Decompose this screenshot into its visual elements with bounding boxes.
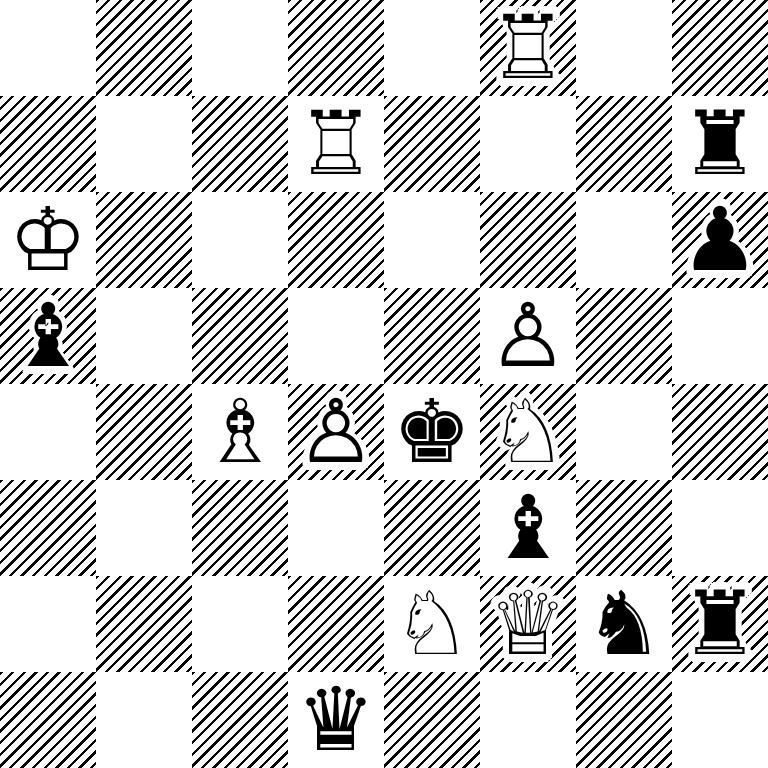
square-g8[interactable] [576, 0, 672, 96]
piece-black-bishop: ♝♝ [480, 480, 576, 576]
piece-white-queen: ♛♕ [480, 576, 576, 672]
square-e5[interactable] [384, 288, 480, 384]
square-d1[interactable]: ♛♛ [288, 672, 384, 768]
square-h5[interactable] [672, 288, 768, 384]
square-d7[interactable]: ♜♖ [288, 96, 384, 192]
piece-black-knight: ♞♞ [576, 576, 672, 672]
square-h6[interactable]: ♟♟ [672, 192, 768, 288]
square-f8[interactable]: ♜♖ [480, 0, 576, 96]
black-bishop-icon: ♝ [0, 288, 96, 384]
white-pawn-icon: ♙ [288, 384, 384, 480]
piece-white-pawn: ♟♙ [480, 288, 576, 384]
piece-black-rook: ♜♜ [672, 96, 768, 192]
square-d8[interactable] [288, 0, 384, 96]
piece-white-knight: ♞♘ [480, 384, 576, 480]
piece-black-king: ♚♚ [384, 384, 480, 480]
square-h3[interactable] [672, 480, 768, 576]
piece-white-knight: ♞♘ [384, 576, 480, 672]
square-h7[interactable]: ♜♜ [672, 96, 768, 192]
square-f4[interactable]: ♞♘ [480, 384, 576, 480]
square-d4[interactable]: ♟♙ [288, 384, 384, 480]
square-c3[interactable] [192, 480, 288, 576]
piece-black-bishop: ♝♝ [0, 288, 96, 384]
square-a5[interactable]: ♝♝ [0, 288, 96, 384]
square-c1[interactable] [192, 672, 288, 768]
square-b7[interactable] [96, 96, 192, 192]
square-h4[interactable] [672, 384, 768, 480]
square-c7[interactable] [192, 96, 288, 192]
square-h2[interactable]: ♜♜ [672, 576, 768, 672]
square-d3[interactable] [288, 480, 384, 576]
square-h1[interactable] [672, 672, 768, 768]
white-pawn-icon: ♙ [480, 288, 576, 384]
square-g6[interactable] [576, 192, 672, 288]
square-c2[interactable] [192, 576, 288, 672]
square-f6[interactable] [480, 192, 576, 288]
square-g3[interactable] [576, 480, 672, 576]
square-a6[interactable]: ♚♔ [0, 192, 96, 288]
square-d2[interactable] [288, 576, 384, 672]
square-c6[interactable] [192, 192, 288, 288]
square-c5[interactable] [192, 288, 288, 384]
square-f2[interactable]: ♛♕ [480, 576, 576, 672]
square-e6[interactable] [384, 192, 480, 288]
square-f1[interactable] [480, 672, 576, 768]
white-rook-icon: ♖ [480, 0, 576, 96]
square-b2[interactable] [96, 576, 192, 672]
square-g2[interactable]: ♞♞ [576, 576, 672, 672]
piece-black-pawn: ♟♟ [672, 192, 768, 288]
square-b8[interactable] [96, 0, 192, 96]
square-c8[interactable] [192, 0, 288, 96]
black-queen-icon: ♛ [288, 672, 384, 768]
square-b5[interactable] [96, 288, 192, 384]
square-a1[interactable] [0, 672, 96, 768]
square-e1[interactable] [384, 672, 480, 768]
square-e4[interactable]: ♚♚ [384, 384, 480, 480]
square-g4[interactable] [576, 384, 672, 480]
square-f5[interactable]: ♟♙ [480, 288, 576, 384]
square-b4[interactable] [96, 384, 192, 480]
square-d6[interactable] [288, 192, 384, 288]
square-a2[interactable] [0, 576, 96, 672]
square-a8[interactable] [0, 0, 96, 96]
square-c4[interactable]: ♝♗ [192, 384, 288, 480]
black-bishop-icon: ♝ [480, 480, 576, 576]
white-bishop-icon: ♗ [192, 384, 288, 480]
square-e3[interactable] [384, 480, 480, 576]
square-f3[interactable]: ♝♝ [480, 480, 576, 576]
square-a7[interactable] [0, 96, 96, 192]
white-queen-icon: ♕ [480, 576, 576, 672]
white-king-icon: ♔ [0, 192, 96, 288]
square-h8[interactable] [672, 0, 768, 96]
square-d5[interactable] [288, 288, 384, 384]
white-rook-icon: ♖ [288, 96, 384, 192]
square-g5[interactable] [576, 288, 672, 384]
piece-black-queen: ♛♛ [288, 672, 384, 768]
square-f7[interactable] [480, 96, 576, 192]
piece-white-rook: ♜♖ [480, 0, 576, 96]
piece-white-rook: ♜♖ [288, 96, 384, 192]
square-a4[interactable] [0, 384, 96, 480]
square-e2[interactable]: ♞♘ [384, 576, 480, 672]
square-e7[interactable] [384, 96, 480, 192]
square-b3[interactable] [96, 480, 192, 576]
square-g7[interactable] [576, 96, 672, 192]
piece-white-king: ♚♔ [0, 192, 96, 288]
square-a3[interactable] [0, 480, 96, 576]
black-pawn-icon: ♟ [672, 192, 768, 288]
piece-white-bishop: ♝♗ [192, 384, 288, 480]
square-b1[interactable] [96, 672, 192, 768]
black-rook-icon: ♜ [672, 576, 768, 672]
chess-board: ♜♖♜♖♜♜♚♔♟♟♝♝♟♙♝♗♟♙♚♚♞♘♝♝♞♘♛♕♞♞♜♜♛♛ [0, 0, 768, 768]
white-knight-icon: ♘ [480, 384, 576, 480]
square-b6[interactable] [96, 192, 192, 288]
piece-black-rook: ♜♜ [672, 576, 768, 672]
white-knight-icon: ♘ [384, 576, 480, 672]
square-g1[interactable] [576, 672, 672, 768]
square-e8[interactable] [384, 0, 480, 96]
black-king-icon: ♚ [384, 384, 480, 480]
black-rook-icon: ♜ [672, 96, 768, 192]
piece-white-pawn: ♟♙ [288, 384, 384, 480]
black-knight-icon: ♞ [576, 576, 672, 672]
